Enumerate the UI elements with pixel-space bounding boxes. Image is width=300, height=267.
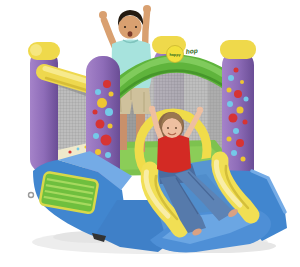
anchor-loop bbox=[29, 193, 34, 198]
bounce-house-illustration: happy hop bbox=[0, 0, 300, 267]
bounce-house-product-photo: happy hop bbox=[0, 0, 300, 267]
rear-left-pillar bbox=[28, 42, 60, 172]
brand-logo-text: happy bbox=[169, 53, 180, 57]
girl-shirt bbox=[157, 135, 191, 173]
brand-script-text: hop bbox=[185, 47, 198, 56]
